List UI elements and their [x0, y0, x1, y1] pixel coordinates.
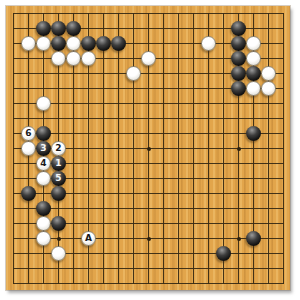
- stone-black: [246, 126, 261, 141]
- stone-white: [36, 216, 51, 231]
- stone-white: [261, 66, 276, 81]
- stone-white-label-4: 4: [36, 156, 51, 171]
- stone-white: [51, 51, 66, 66]
- stone-white: [246, 51, 261, 66]
- stone-white: [66, 36, 81, 51]
- stone-black: [36, 201, 51, 216]
- stone-black: [231, 66, 246, 81]
- stone-black-label-3: 3: [36, 141, 51, 156]
- stone-white: [126, 66, 141, 81]
- stone-black: [231, 36, 246, 51]
- star-point: [147, 147, 151, 151]
- stone-white: [261, 81, 276, 96]
- go-board[interactable]: 632415A: [6, 6, 290, 290]
- stone-white: [51, 246, 66, 261]
- star-point: [147, 237, 151, 241]
- stone-black-label-1: 1: [51, 156, 66, 171]
- stone-black: [51, 21, 66, 36]
- star-point: [57, 237, 61, 241]
- star-point: [237, 147, 241, 151]
- stone-black: [81, 36, 96, 51]
- stone-black: [96, 36, 111, 51]
- stone-white: [36, 171, 51, 186]
- stone-black: [246, 231, 261, 246]
- stone-black: [66, 21, 81, 36]
- stone-white: [246, 81, 261, 96]
- stone-white: [246, 36, 261, 51]
- stone-black-label-5: 5: [51, 171, 66, 186]
- stone-black: [246, 66, 261, 81]
- stone-black: [51, 186, 66, 201]
- stone-black: [231, 81, 246, 96]
- stone-black: [231, 21, 246, 36]
- go-diagram-frame: 632415A: [0, 0, 300, 300]
- stone-white: [21, 141, 36, 156]
- stone-white-label-2: 2: [51, 141, 66, 156]
- stone-black: [36, 126, 51, 141]
- stone-white: [201, 36, 216, 51]
- stone-white: [141, 51, 156, 66]
- stone-white: [36, 36, 51, 51]
- stone-white-label-6: 6: [21, 126, 36, 141]
- stone-black: [231, 51, 246, 66]
- stone-white: [21, 36, 36, 51]
- stone-white: [36, 231, 51, 246]
- stone-white: [81, 51, 96, 66]
- stone-white: [66, 51, 81, 66]
- stone-black: [36, 21, 51, 36]
- stone-black: [51, 216, 66, 231]
- stone-black: [111, 36, 126, 51]
- stone-black: [216, 246, 231, 261]
- star-point: [237, 237, 241, 241]
- stone-white: [36, 96, 51, 111]
- stone-black: [51, 36, 66, 51]
- stone-black: [21, 186, 36, 201]
- stone-white-label-A: A: [81, 231, 96, 246]
